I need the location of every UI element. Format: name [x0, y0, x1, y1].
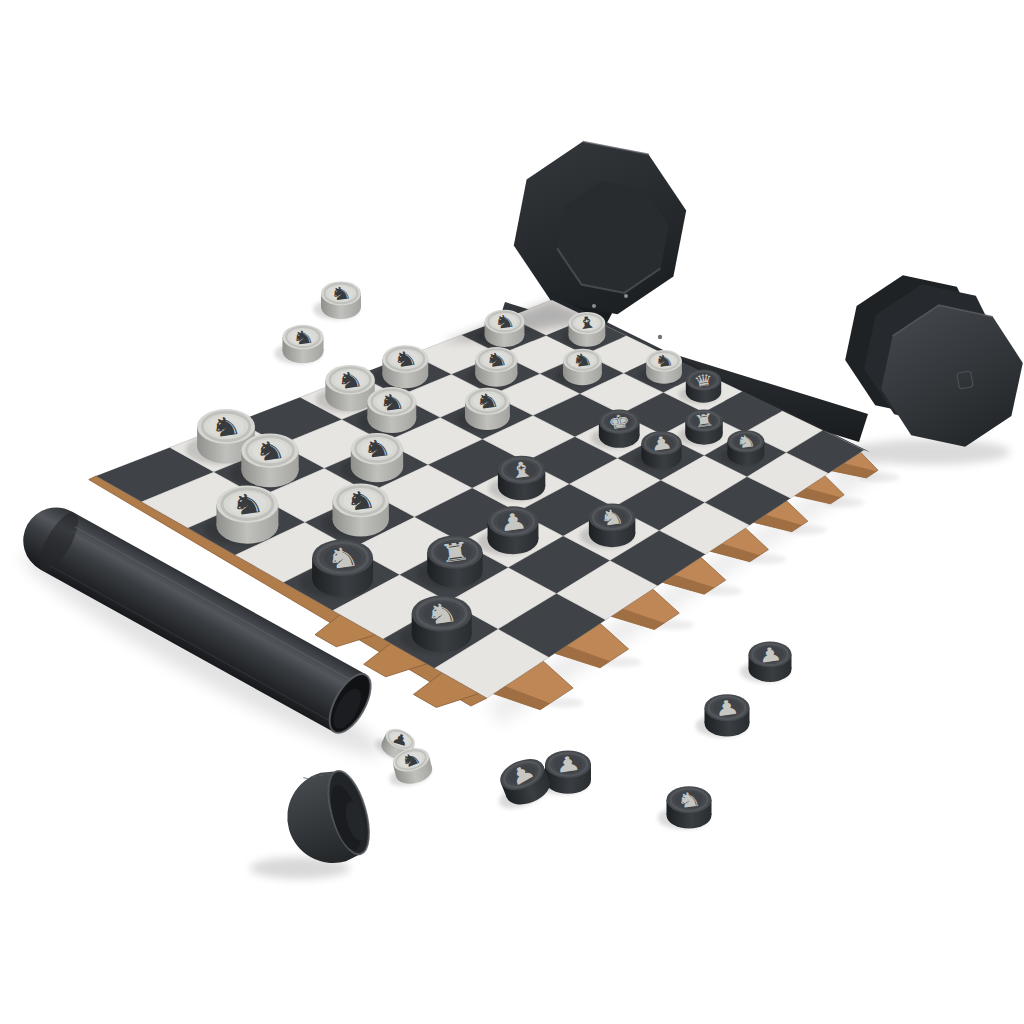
stand-cap-shadow — [850, 439, 1010, 465]
piece-white-knight-float-2[interactable]: ♞ — [275, 325, 324, 364]
rail-screw-icon — [658, 335, 662, 339]
stand-octagon-cap — [845, 275, 1023, 447]
ring-screw-icon — [592, 304, 596, 308]
piece-black-pawn-loose-dark-4[interactable]: ♟ — [487, 753, 554, 814]
piece-white-knight-float-1[interactable]: ♞ — [313, 281, 361, 319]
piece-black-pawn-loose-dark-2[interactable]: ♟ — [696, 694, 750, 737]
piece-black-pawn-loose-dark-1[interactable]: ♟ — [740, 641, 791, 682]
product-photo-chess-set: chess — [0, 0, 1024, 1024]
ring-screw-icon — [624, 294, 628, 298]
stand-octagon-ring — [514, 142, 686, 314]
piece-black-knight-loose-dark-5[interactable]: ♞ — [658, 786, 712, 829]
cap-rib — [303, 777, 307, 780]
